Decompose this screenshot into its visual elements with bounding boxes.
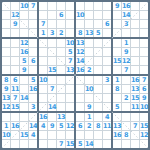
cell-r11c10[interactable] xyxy=(85,94,93,102)
cell-r13c4[interactable] xyxy=(29,113,37,121)
cell-r10c14[interactable] xyxy=(122,85,130,93)
cell-r15c4[interactable]: 4 xyxy=(29,131,37,139)
cell-r11c3[interactable]: 14 xyxy=(20,94,28,102)
cell-r13c2[interactable] xyxy=(11,113,19,121)
cell-r3c11[interactable] xyxy=(94,20,102,28)
cell-r12c6[interactable]: 14 xyxy=(48,103,56,111)
cell-r8c16[interactable] xyxy=(140,66,148,74)
cell-r5c8[interactable]: 10 xyxy=(66,39,74,47)
cell-r13c13[interactable] xyxy=(113,113,121,121)
cell-r9c3[interactable] xyxy=(20,76,28,84)
cell-r8c14[interactable]: 7 xyxy=(122,66,130,74)
cell-r5c14[interactable]: 1 xyxy=(122,39,130,47)
cell-r7c13[interactable]: 15 xyxy=(113,57,121,65)
cell-r1c15[interactable] xyxy=(131,2,139,10)
cell-r7c5[interactable] xyxy=(39,57,47,65)
cell-r14c1[interactable]: 1 xyxy=(2,122,10,130)
cell-r3c3[interactable] xyxy=(20,20,28,28)
cell-r15c9[interactable] xyxy=(76,131,84,139)
cell-r10c10[interactable]: 10 xyxy=(85,85,93,93)
cell-r4c1[interactable] xyxy=(2,29,10,37)
cell-r3c8[interactable] xyxy=(66,20,74,28)
cell-r12c11[interactable] xyxy=(94,103,102,111)
cell-r11c14[interactable]: 2 xyxy=(122,94,130,102)
cell-r2c1[interactable] xyxy=(2,11,10,19)
cell-r7c1[interactable] xyxy=(2,57,10,65)
cell-r12c1[interactable]: 12 xyxy=(2,103,10,111)
cell-r13c9[interactable] xyxy=(76,113,84,121)
cell-r9c7[interactable] xyxy=(57,76,65,84)
cell-r9c8[interactable] xyxy=(66,76,74,84)
cell-r16c11[interactable] xyxy=(94,140,102,148)
cell-r3c16[interactable] xyxy=(140,20,148,28)
cell-r11c5[interactable] xyxy=(39,94,47,102)
cell-r2c12[interactable] xyxy=(103,11,111,19)
cell-r7c8[interactable]: 7 xyxy=(66,57,74,65)
cell-r6c10[interactable] xyxy=(85,48,93,56)
cell-r15c13[interactable]: 16 xyxy=(113,131,121,139)
cell-r5c10[interactable] xyxy=(85,39,93,47)
cell-r5c13[interactable] xyxy=(113,39,121,47)
cell-r3c7[interactable] xyxy=(57,20,65,28)
cell-r14c15[interactable]: 7 xyxy=(131,122,139,130)
cell-r11c8[interactable] xyxy=(66,94,74,102)
cell-r12c16[interactable]: 10 xyxy=(140,103,148,111)
cell-r3c10[interactable] xyxy=(85,20,93,28)
block-3-1: 865911161371412153 xyxy=(2,76,37,111)
cell-r1c8[interactable] xyxy=(66,2,74,10)
cell-r2c9[interactable]: 10 xyxy=(76,11,84,19)
cell-r9c2[interactable]: 6 xyxy=(11,76,19,84)
cell-r1c7[interactable] xyxy=(57,2,65,10)
cell-r7c4[interactable]: 6 xyxy=(29,57,37,65)
cell-r4c14[interactable] xyxy=(122,29,130,37)
cell-r5c1[interactable] xyxy=(2,39,10,47)
cell-r7c7[interactable] xyxy=(57,57,65,65)
cell-r10c6[interactable]: 7 xyxy=(48,85,56,93)
cell-r5c5[interactable] xyxy=(39,39,47,47)
cell-r14c6[interactable]: 9 xyxy=(48,122,56,130)
block-4-2: 161349512715 xyxy=(39,113,74,148)
cell-r1c6[interactable] xyxy=(48,2,56,10)
cell-r16c8[interactable]: 15 xyxy=(66,140,74,148)
cell-r13c5[interactable]: 16 xyxy=(39,113,47,121)
cell-r15c1[interactable]: 10 xyxy=(2,131,10,139)
block-1-4: 916143 xyxy=(113,2,148,37)
cell-r7c10[interactable] xyxy=(85,57,93,65)
cell-r1c14[interactable]: 16 xyxy=(122,2,130,10)
block-3-3: 3109 xyxy=(76,76,111,111)
cell-r12c2[interactable]: 15 xyxy=(11,103,19,111)
cell-r14c4[interactable]: 14 xyxy=(29,122,37,130)
cell-r2c4[interactable] xyxy=(29,11,37,19)
cell-r3c15[interactable] xyxy=(131,20,139,28)
cell-r1c9[interactable] xyxy=(76,2,84,10)
cell-r6c2[interactable] xyxy=(11,48,19,56)
cell-r5c4[interactable] xyxy=(29,39,37,47)
cell-r7c16[interactable] xyxy=(140,57,148,65)
cell-r3c5[interactable]: 7 xyxy=(39,20,47,28)
cell-r7c9[interactable]: 14 xyxy=(76,57,84,65)
cell-r14c7[interactable]: 5 xyxy=(57,122,65,130)
cell-r16c7[interactable]: 7 xyxy=(57,140,65,148)
cell-r10c1[interactable]: 9 xyxy=(2,85,10,93)
cell-r16c10[interactable]: 14 xyxy=(85,140,93,148)
cell-r10c13[interactable]: 8 xyxy=(113,85,121,93)
cell-r11c16[interactable]: 9 xyxy=(140,94,148,102)
cell-r11c2[interactable]: 7 xyxy=(11,94,19,102)
cell-r16c2[interactable] xyxy=(11,140,19,148)
cell-r9c1[interactable]: 8 xyxy=(2,76,10,84)
cell-r12c15[interactable]: 11 xyxy=(131,103,139,111)
cell-r10c16[interactable]: 6 xyxy=(140,85,148,93)
block-1-3: 1068135 xyxy=(76,2,111,37)
cell-r6c8[interactable]: 5 xyxy=(66,48,74,56)
cell-r8c2[interactable] xyxy=(11,66,19,74)
cell-r5c7[interactable] xyxy=(57,39,65,47)
cell-r4c6[interactable]: 3 xyxy=(48,29,56,37)
block-2-1: 1216569 xyxy=(2,39,37,74)
cell-r1c3[interactable]: 10 xyxy=(20,2,28,10)
cell-r14c12[interactable]: 11 xyxy=(103,122,111,130)
cell-r7c11[interactable] xyxy=(94,57,102,65)
cell-r3c13[interactable] xyxy=(113,20,121,28)
cell-r6c12[interactable] xyxy=(103,48,111,56)
cell-r16c5[interactable] xyxy=(39,140,47,148)
cell-r1c11[interactable] xyxy=(94,2,102,10)
cell-r4c7[interactable]: 2 xyxy=(57,29,65,37)
cell-r10c7[interactable] xyxy=(57,85,65,93)
cell-r9c13[interactable]: 1 xyxy=(113,76,121,84)
cell-r6c13[interactable] xyxy=(113,48,121,56)
cell-r11c9[interactable] xyxy=(76,94,84,102)
cell-r6c11[interactable] xyxy=(94,48,102,56)
cell-r8c10[interactable]: 2 xyxy=(85,66,93,74)
cell-r13c6[interactable] xyxy=(48,113,56,121)
cell-r15c8[interactable] xyxy=(66,131,74,139)
cell-r3c14[interactable]: 3 xyxy=(122,20,130,28)
cell-r5c16[interactable] xyxy=(140,39,148,47)
cell-r10c9[interactable] xyxy=(76,85,84,93)
cell-r15c11[interactable] xyxy=(94,131,102,139)
cell-r7c15[interactable] xyxy=(131,57,139,65)
cell-r10c2[interactable]: 11 xyxy=(11,85,19,93)
cell-r8c15[interactable] xyxy=(131,66,139,74)
cell-r8c7[interactable] xyxy=(57,66,65,74)
block-2-3: 131214162 xyxy=(76,39,111,74)
cell-r16c1[interactable] xyxy=(2,140,10,148)
cell-r2c14[interactable]: 14 xyxy=(122,11,130,19)
cell-r10c12[interactable] xyxy=(103,85,111,93)
cell-r15c6[interactable] xyxy=(48,131,56,139)
cell-r11c15[interactable]: 15 xyxy=(131,94,139,102)
sudoku-board: 1071296713210681359161431216569105715131… xyxy=(0,0,150,150)
cell-r8c13[interactable] xyxy=(113,66,121,74)
cell-r4c9[interactable]: 8 xyxy=(76,29,84,37)
cell-r7c2[interactable] xyxy=(11,57,19,65)
cell-r16c6[interactable] xyxy=(48,140,56,148)
cell-r2c16[interactable] xyxy=(140,11,148,19)
cell-r14c2[interactable]: 16 xyxy=(11,122,19,130)
cell-r12c14[interactable] xyxy=(122,103,130,111)
cell-r3c12[interactable]: 6 xyxy=(103,20,111,28)
cell-r2c6[interactable] xyxy=(48,11,56,19)
cell-r1c1[interactable] xyxy=(2,2,10,10)
cell-r8c3[interactable]: 9 xyxy=(20,66,28,74)
cell-r12c3[interactable] xyxy=(20,103,28,111)
cell-r6c6[interactable] xyxy=(48,48,56,56)
cell-r15c12[interactable] xyxy=(103,131,111,139)
cell-r11c6[interactable] xyxy=(48,94,56,102)
cell-r4c8[interactable] xyxy=(66,29,74,37)
cell-r15c7[interactable] xyxy=(57,131,65,139)
cell-r14c3[interactable] xyxy=(20,122,28,130)
block-2-4: 1915127 xyxy=(113,39,148,74)
cell-r8c1[interactable] xyxy=(2,66,10,74)
cell-r8c9[interactable]: 16 xyxy=(76,66,84,74)
block-1-1: 107129 xyxy=(2,2,37,37)
cell-r2c3[interactable] xyxy=(20,11,28,19)
cell-r5c6[interactable] xyxy=(48,39,56,47)
cell-r1c10[interactable] xyxy=(85,2,93,10)
cell-r7c14[interactable]: 12 xyxy=(122,57,130,65)
cell-r4c13[interactable] xyxy=(113,29,121,37)
cell-r12c13[interactable]: 5 xyxy=(113,103,121,111)
cell-r5c2[interactable] xyxy=(11,39,19,47)
cell-r15c3[interactable]: 15 xyxy=(20,131,28,139)
cell-r8c6[interactable]: 15 xyxy=(48,66,56,74)
cell-r14c13[interactable]: 13 xyxy=(113,122,121,130)
cell-r12c9[interactable] xyxy=(76,103,84,111)
cell-r4c12[interactable] xyxy=(103,29,111,37)
cell-r9c9[interactable] xyxy=(76,76,84,84)
cell-r5c15[interactable] xyxy=(131,39,139,47)
block-4-4: 1371516812 xyxy=(113,113,148,148)
cell-r6c4[interactable] xyxy=(29,48,37,56)
cell-r10c3[interactable] xyxy=(20,85,28,93)
cell-r11c11[interactable] xyxy=(94,94,102,102)
cell-r11c12[interactable] xyxy=(103,94,111,102)
cell-r4c11[interactable]: 5 xyxy=(94,29,102,37)
cell-r10c8[interactable] xyxy=(66,85,74,93)
block-3-4: 11678136215951110 xyxy=(113,76,148,111)
cell-r16c14[interactable] xyxy=(122,140,130,148)
cell-r6c16[interactable] xyxy=(140,48,148,56)
cell-r5c11[interactable] xyxy=(94,39,102,47)
cell-r6c5[interactable] xyxy=(39,48,47,56)
cell-r8c5[interactable] xyxy=(39,66,47,74)
cell-r6c3[interactable]: 16 xyxy=(20,48,28,56)
cell-r9c10[interactable] xyxy=(85,76,93,84)
cell-r9c15[interactable]: 16 xyxy=(131,76,139,84)
cell-r11c13[interactable] xyxy=(113,94,121,102)
cell-r4c16[interactable] xyxy=(140,29,148,37)
block-4-3: 1462811514 xyxy=(76,113,111,148)
cell-r14c14[interactable] xyxy=(122,122,130,130)
cell-r14c10[interactable]: 2 xyxy=(85,122,93,130)
cell-r1c5[interactable] xyxy=(39,2,47,10)
cell-r13c8[interactable] xyxy=(66,113,74,121)
cell-r4c10[interactable]: 13 xyxy=(85,29,93,37)
cell-r16c12[interactable] xyxy=(103,140,111,148)
cell-r2c13[interactable] xyxy=(113,11,121,19)
cell-r14c8[interactable]: 12 xyxy=(66,122,74,130)
cell-r1c13[interactable]: 9 xyxy=(113,2,121,10)
cell-r15c10[interactable] xyxy=(85,131,93,139)
cell-r1c2[interactable] xyxy=(11,2,19,10)
cell-r9c14[interactable] xyxy=(122,76,130,84)
cell-r12c12[interactable] xyxy=(103,103,111,111)
block-3-2: 10714 xyxy=(39,76,74,111)
cell-r6c1[interactable] xyxy=(2,48,10,56)
cell-r14c11[interactable]: 8 xyxy=(94,122,102,130)
cell-r8c4[interactable] xyxy=(29,66,37,74)
cell-r12c4[interactable]: 3 xyxy=(29,103,37,111)
cell-r6c15[interactable] xyxy=(131,48,139,56)
cell-r4c4[interactable] xyxy=(29,29,37,37)
cell-r16c13[interactable] xyxy=(113,140,121,148)
cell-r12c7[interactable] xyxy=(57,103,65,111)
cell-r10c4[interactable]: 16 xyxy=(29,85,37,93)
cell-r16c15[interactable] xyxy=(131,140,139,148)
cell-r4c15[interactable] xyxy=(131,29,139,37)
cell-r3c2[interactable]: 9 xyxy=(11,20,19,28)
block-1-2: 67132 xyxy=(39,2,74,37)
cell-r1c12[interactable] xyxy=(103,2,111,10)
cell-r11c1[interactable]: 13 xyxy=(2,94,10,102)
cell-r7c3[interactable]: 5 xyxy=(20,57,28,65)
cell-r13c16[interactable] xyxy=(140,113,148,121)
cell-r1c4[interactable]: 7 xyxy=(29,2,37,10)
cell-r11c4[interactable] xyxy=(29,94,37,102)
cell-r2c2[interactable]: 12 xyxy=(11,11,19,19)
cell-r5c9[interactable]: 13 xyxy=(76,39,84,47)
cell-r9c4[interactable]: 5 xyxy=(29,76,37,84)
cell-r2c8[interactable] xyxy=(66,11,74,19)
cell-r9c12[interactable]: 3 xyxy=(103,76,111,84)
cell-r13c14[interactable] xyxy=(122,113,130,121)
cell-r10c5[interactable] xyxy=(39,85,47,93)
cell-r10c11[interactable] xyxy=(94,85,102,93)
cell-r8c8[interactable]: 13 xyxy=(66,66,74,74)
cell-r4c5[interactable]: 1 xyxy=(39,29,47,37)
cell-r12c10[interactable]: 9 xyxy=(85,103,93,111)
cell-r15c16[interactable]: 12 xyxy=(140,131,148,139)
cell-r1c16[interactable] xyxy=(140,2,148,10)
cell-r13c15[interactable] xyxy=(131,113,139,121)
cell-r3c1[interactable] xyxy=(2,20,10,28)
cell-r2c15[interactable] xyxy=(131,11,139,19)
cell-r16c3[interactable] xyxy=(20,140,28,148)
cell-r16c16[interactable] xyxy=(140,140,148,148)
cell-r15c14[interactable]: 8 xyxy=(122,131,130,139)
cell-r14c5[interactable]: 4 xyxy=(39,122,47,130)
cell-r16c4[interactable] xyxy=(29,140,37,148)
cell-r8c12[interactable] xyxy=(103,66,111,74)
cell-r10c15[interactable]: 13 xyxy=(131,85,139,93)
cell-r13c10[interactable]: 1 xyxy=(85,113,93,121)
cell-r9c11[interactable] xyxy=(94,76,102,84)
cell-r4c3[interactable] xyxy=(20,29,28,37)
cell-r2c10[interactable] xyxy=(85,11,93,19)
cell-r7c6[interactable] xyxy=(48,57,56,65)
cell-r3c6[interactable] xyxy=(48,20,56,28)
cell-r6c7[interactable] xyxy=(57,48,65,56)
cell-r12c8[interactable] xyxy=(66,103,74,111)
cell-r9c5[interactable]: 10 xyxy=(39,76,47,84)
cell-r13c3[interactable] xyxy=(20,113,28,121)
cell-r15c5[interactable] xyxy=(39,131,47,139)
cell-r13c7[interactable]: 13 xyxy=(57,113,65,121)
cell-r15c15[interactable] xyxy=(131,131,139,139)
cell-r12c5[interactable] xyxy=(39,103,47,111)
cell-r4c2[interactable] xyxy=(11,29,19,37)
cell-r8c11[interactable] xyxy=(94,66,102,74)
cell-r9c6[interactable] xyxy=(48,76,56,84)
cell-r13c1[interactable] xyxy=(2,113,10,121)
cell-r9c16[interactable]: 7 xyxy=(140,76,148,84)
cell-r13c12[interactable]: 4 xyxy=(103,113,111,121)
cell-r3c9[interactable] xyxy=(76,20,84,28)
cell-r11c7[interactable] xyxy=(57,94,65,102)
block-4-1: 1161410154 xyxy=(2,113,37,148)
cell-r14c9[interactable]: 6 xyxy=(76,122,84,130)
cell-r16c9[interactable]: 5 xyxy=(76,140,84,148)
cell-r2c11[interactable] xyxy=(94,11,102,19)
cell-r6c14[interactable]: 9 xyxy=(122,48,130,56)
cell-r15c2[interactable] xyxy=(11,131,19,139)
cell-r7c12[interactable] xyxy=(103,57,111,65)
cell-r3c4[interactable] xyxy=(29,20,37,28)
block-2-2: 10571513 xyxy=(39,39,74,74)
cell-r5c12[interactable] xyxy=(103,39,111,47)
cell-r6c9[interactable]: 12 xyxy=(76,48,84,56)
cell-r13c11[interactable] xyxy=(94,113,102,121)
cell-r5c3[interactable]: 12 xyxy=(20,39,28,47)
cell-r14c16[interactable]: 15 xyxy=(140,122,148,130)
cell-r2c7[interactable]: 6 xyxy=(57,11,65,19)
cell-r2c5[interactable] xyxy=(39,11,47,19)
